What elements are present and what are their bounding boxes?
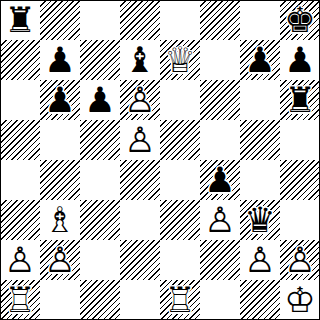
square-a3[interactable] bbox=[0, 200, 40, 240]
square-a7[interactable] bbox=[0, 40, 40, 80]
square-g2[interactable]: ♟♙ bbox=[240, 240, 280, 280]
square-e3[interactable] bbox=[160, 200, 200, 240]
white-pawn-h2[interactable]: ♙ bbox=[280, 240, 320, 280]
square-c5[interactable] bbox=[80, 120, 120, 160]
black-pawn-silhouette: ♟ bbox=[80, 80, 120, 120]
black-rook-silhouette: ♜ bbox=[280, 80, 320, 120]
black-rook-silhouette: ♜ bbox=[0, 0, 40, 40]
square-d2[interactable] bbox=[120, 240, 160, 280]
black-pawn-g7[interactable]: ♟ bbox=[240, 40, 280, 80]
square-b5[interactable] bbox=[40, 120, 80, 160]
white-rook-a1[interactable]: ♖ bbox=[0, 280, 40, 320]
square-a4[interactable] bbox=[0, 160, 40, 200]
black-pawn-h7[interactable]: ♟ bbox=[280, 40, 320, 80]
square-d6[interactable]: ♟♙ bbox=[120, 80, 160, 120]
square-h1[interactable]: ♚♔ bbox=[280, 280, 320, 320]
square-c6[interactable]: ♟♟ bbox=[80, 80, 120, 120]
square-e7[interactable]: ♛♕ bbox=[160, 40, 200, 80]
square-g4[interactable] bbox=[240, 160, 280, 200]
black-king-silhouette: ♚ bbox=[280, 0, 320, 40]
square-e8[interactable] bbox=[160, 0, 200, 40]
white-pawn-silhouette: ♟ bbox=[0, 240, 40, 280]
white-pawn-d6[interactable]: ♙ bbox=[120, 80, 160, 120]
square-d8[interactable] bbox=[120, 0, 160, 40]
white-king-h1[interactable]: ♔ bbox=[280, 280, 320, 320]
white-pawn-f3[interactable]: ♙ bbox=[200, 200, 240, 240]
white-rook-silhouette: ♜ bbox=[160, 280, 200, 320]
black-rook-h6[interactable]: ♜ bbox=[280, 80, 320, 120]
square-f4[interactable]: ♟♟ bbox=[200, 160, 240, 200]
square-f5[interactable] bbox=[200, 120, 240, 160]
square-f8[interactable] bbox=[200, 0, 240, 40]
square-a8[interactable]: ♜♜ bbox=[0, 0, 40, 40]
square-b8[interactable] bbox=[40, 0, 80, 40]
white-pawn-silhouette: ♟ bbox=[40, 240, 80, 280]
white-pawn-silhouette: ♟ bbox=[200, 200, 240, 240]
chess-diagram: ♜♜♚♚♟♟♝♝♛♕♟♟♟♟♟♟♟♟♟♙♜♜♟♙♟♟♝♗♟♙♛♛♟♙♟♙♟♙♟♙… bbox=[0, 0, 320, 320]
square-a1[interactable]: ♜♖ bbox=[0, 280, 40, 320]
square-d1[interactable] bbox=[120, 280, 160, 320]
black-pawn-silhouette: ♟ bbox=[40, 80, 80, 120]
square-e2[interactable] bbox=[160, 240, 200, 280]
square-h7[interactable]: ♟♟ bbox=[280, 40, 320, 80]
square-g5[interactable] bbox=[240, 120, 280, 160]
black-pawn-silhouette: ♟ bbox=[240, 40, 280, 80]
square-f3[interactable]: ♟♙ bbox=[200, 200, 240, 240]
square-e6[interactable] bbox=[160, 80, 200, 120]
square-d4[interactable] bbox=[120, 160, 160, 200]
square-b6[interactable]: ♟♟ bbox=[40, 80, 80, 120]
square-g8[interactable] bbox=[240, 0, 280, 40]
white-pawn-g2[interactable]: ♙ bbox=[240, 240, 280, 280]
square-g6[interactable] bbox=[240, 80, 280, 120]
white-rook-silhouette: ♜ bbox=[0, 280, 40, 320]
white-pawn-a2[interactable]: ♙ bbox=[0, 240, 40, 280]
black-pawn-b7[interactable]: ♟ bbox=[40, 40, 80, 80]
square-c8[interactable] bbox=[80, 0, 120, 40]
white-pawn-silhouette: ♟ bbox=[240, 240, 280, 280]
square-a5[interactable] bbox=[0, 120, 40, 160]
square-c7[interactable] bbox=[80, 40, 120, 80]
white-pawn-silhouette: ♟ bbox=[280, 240, 320, 280]
square-e4[interactable] bbox=[160, 160, 200, 200]
black-queen-silhouette: ♛ bbox=[240, 200, 280, 240]
square-f7[interactable] bbox=[200, 40, 240, 80]
black-pawn-silhouette: ♟ bbox=[200, 160, 240, 200]
square-b2[interactable]: ♟♙ bbox=[40, 240, 80, 280]
white-rook-e1[interactable]: ♖ bbox=[160, 280, 200, 320]
square-h6[interactable]: ♜♜ bbox=[280, 80, 320, 120]
square-h4[interactable] bbox=[280, 160, 320, 200]
white-queen-silhouette: ♛ bbox=[160, 40, 200, 80]
black-bishop-d7[interactable]: ♝ bbox=[120, 40, 160, 80]
black-pawn-b6[interactable]: ♟ bbox=[40, 80, 80, 120]
white-queen-e7[interactable]: ♕ bbox=[160, 40, 200, 80]
square-h5[interactable] bbox=[280, 120, 320, 160]
black-pawn-silhouette: ♟ bbox=[280, 40, 320, 80]
square-e1[interactable]: ♜♖ bbox=[160, 280, 200, 320]
square-b4[interactable] bbox=[40, 160, 80, 200]
white-bishop-silhouette: ♝ bbox=[40, 200, 80, 240]
square-d3[interactable] bbox=[120, 200, 160, 240]
square-a6[interactable] bbox=[0, 80, 40, 120]
black-bishop-silhouette: ♝ bbox=[120, 40, 160, 80]
black-rook-a8[interactable]: ♜ bbox=[0, 0, 40, 40]
square-a2[interactable]: ♟♙ bbox=[0, 240, 40, 280]
square-b1[interactable] bbox=[40, 280, 80, 320]
square-f2[interactable] bbox=[200, 240, 240, 280]
square-f6[interactable] bbox=[200, 80, 240, 120]
white-pawn-d5[interactable]: ♙ bbox=[120, 120, 160, 160]
square-c4[interactable] bbox=[80, 160, 120, 200]
square-h3[interactable] bbox=[280, 200, 320, 240]
square-c3[interactable] bbox=[80, 200, 120, 240]
black-pawn-silhouette: ♟ bbox=[40, 40, 80, 80]
square-h8[interactable]: ♚♚ bbox=[280, 0, 320, 40]
white-pawn-silhouette: ♟ bbox=[120, 80, 160, 120]
white-bishop-b3[interactable]: ♗ bbox=[40, 200, 80, 240]
black-pawn-f4[interactable]: ♟ bbox=[200, 160, 240, 200]
square-b7[interactable]: ♟♟ bbox=[40, 40, 80, 80]
chess-board: ♜♜♚♚♟♟♝♝♛♕♟♟♟♟♟♟♟♟♟♙♜♜♟♙♟♟♝♗♟♙♛♛♟♙♟♙♟♙♟♙… bbox=[0, 0, 320, 320]
square-c2[interactable] bbox=[80, 240, 120, 280]
square-d5[interactable]: ♟♙ bbox=[120, 120, 160, 160]
black-king-h8[interactable]: ♚ bbox=[280, 0, 320, 40]
black-queen-g3[interactable]: ♛ bbox=[240, 200, 280, 240]
square-c1[interactable] bbox=[80, 280, 120, 320]
white-pawn-b2[interactable]: ♙ bbox=[40, 240, 80, 280]
square-h2[interactable]: ♟♙ bbox=[280, 240, 320, 280]
square-d7[interactable]: ♝♝ bbox=[120, 40, 160, 80]
square-b3[interactable]: ♝♗ bbox=[40, 200, 80, 240]
square-g3[interactable]: ♛♛ bbox=[240, 200, 280, 240]
square-g7[interactable]: ♟♟ bbox=[240, 40, 280, 80]
square-e5[interactable] bbox=[160, 120, 200, 160]
white-king-silhouette: ♚ bbox=[280, 280, 320, 320]
white-pawn-silhouette: ♟ bbox=[120, 120, 160, 160]
square-f1[interactable] bbox=[200, 280, 240, 320]
black-pawn-c6[interactable]: ♟ bbox=[80, 80, 120, 120]
square-g1[interactable] bbox=[240, 280, 280, 320]
